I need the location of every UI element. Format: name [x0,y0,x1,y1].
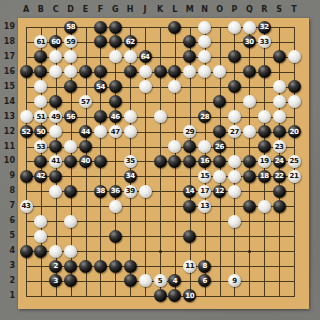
stone-E16[interactable] [79,65,92,78]
stone-B9[interactable]: 42 [34,170,47,183]
stone-T17[interactable] [288,50,301,63]
stone-M12[interactable]: 29 [183,125,196,138]
stone-S12[interactable] [273,125,286,138]
stone-M10[interactable] [183,155,196,168]
stone-P12[interactable]: 27 [228,125,241,138]
stone-P2[interactable]: 9 [228,274,241,287]
stone-J2[interactable] [139,274,152,287]
stone-N9[interactable]: 15 [198,170,211,183]
stone-S13[interactable] [273,110,286,123]
column-label-C: C [50,5,62,15]
stone-O11[interactable]: 26 [213,140,226,153]
go-board[interactable]: 5832616059623033645457514956462852504447… [18,18,309,309]
stone-G8[interactable]: 36 [109,185,122,198]
column-label-N: N [199,5,211,15]
stone-K16[interactable] [154,65,167,78]
stone-Q9[interactable] [243,170,256,183]
row-label-3: 3 [2,261,15,271]
stone-H16[interactable] [124,65,137,78]
row-label-12: 12 [2,127,15,137]
stone-M7[interactable] [183,200,196,213]
stone-L11[interactable] [168,140,181,153]
stone-R10[interactable]: 19 [258,155,271,168]
row-label-7: 7 [2,201,15,211]
stone-C18[interactable]: 60 [49,35,62,48]
stone-H3[interactable] [124,260,137,273]
stone-R11[interactable] [258,140,271,153]
stone-B12[interactable]: 50 [34,125,47,138]
stone-B14[interactable] [34,95,47,108]
stone-F10[interactable] [94,155,107,168]
column-label-G: G [109,5,121,15]
stone-S10[interactable]: 24 [273,155,286,168]
stone-C4[interactable] [49,245,62,258]
column-label-R: R [258,5,270,15]
stone-B15[interactable] [34,80,47,93]
stone-N16[interactable] [198,65,211,78]
stone-H17[interactable] [124,50,137,63]
column-label-P: P [228,5,240,15]
stone-F19[interactable] [94,21,107,34]
stone-E12[interactable]: 44 [79,125,92,138]
stone-Q16[interactable] [243,65,256,78]
stone-T9[interactable]: 21 [288,170,301,183]
go-diagram: 5832616059623033645457514956462852504447… [0,0,320,320]
stone-D4[interactable] [64,245,77,258]
stone-N19[interactable] [198,21,211,34]
stone-Q14[interactable] [243,95,256,108]
stone-H18[interactable]: 62 [124,35,137,48]
stone-M16[interactable] [183,65,196,78]
column-label-L: L [169,5,181,15]
stone-O16[interactable] [213,65,226,78]
stone-D8[interactable] [64,185,77,198]
stone-C14[interactable] [49,95,62,108]
column-label-T: T [288,5,300,15]
column-label-E: E [80,5,92,15]
stone-T12[interactable]: 20 [288,125,301,138]
stone-G15[interactable] [109,80,122,93]
hoshi-point [248,250,251,253]
stone-B11[interactable]: 53 [34,140,47,153]
stone-S11[interactable]: 23 [273,140,286,153]
stone-F16[interactable] [94,65,107,78]
stone-D6[interactable] [64,215,77,228]
stone-R7[interactable] [258,200,271,213]
stone-G17[interactable] [109,50,122,63]
stone-D15[interactable] [64,80,77,93]
row-label-8: 8 [2,186,15,196]
stone-S7[interactable] [273,200,286,213]
stone-M11[interactable] [183,140,196,153]
stone-C13[interactable]: 49 [49,110,62,123]
stone-B18[interactable]: 61 [34,35,47,48]
stone-D13[interactable]: 56 [64,110,77,123]
stone-S17[interactable] [273,50,286,63]
stone-D11[interactable] [64,140,77,153]
stone-A7[interactable]: 43 [20,200,33,213]
row-label-16: 16 [2,67,15,77]
row-label-14: 14 [2,97,15,107]
stone-N7[interactable]: 13 [198,200,211,213]
row-label-18: 18 [2,37,15,47]
hoshi-point [159,250,162,253]
stone-Q18[interactable]: 30 [243,35,256,48]
stone-C10[interactable]: 41 [49,155,62,168]
stone-S8[interactable] [273,185,286,198]
stone-D19[interactable]: 58 [64,21,77,34]
stone-H8[interactable]: 39 [124,185,137,198]
stone-O12[interactable] [213,125,226,138]
column-label-S: S [273,5,285,15]
stone-N17[interactable] [198,50,211,63]
stone-N8[interactable]: 17 [198,185,211,198]
stone-B13[interactable]: 51 [34,110,47,123]
stone-P10[interactable] [228,155,241,168]
stone-C11[interactable] [49,140,62,153]
stone-H9[interactable]: 34 [124,170,137,183]
stone-H10[interactable]: 35 [124,155,137,168]
stone-A13[interactable] [20,110,33,123]
stone-D2[interactable] [64,274,77,287]
stone-F13[interactable] [94,110,107,123]
stone-C12[interactable] [49,125,62,138]
stone-P6[interactable] [228,215,241,228]
stone-H12[interactable] [124,125,137,138]
stone-Q10[interactable] [243,155,256,168]
stone-R19[interactable]: 32 [258,21,271,34]
stone-D17[interactable] [64,50,77,63]
stone-G7[interactable] [109,200,122,213]
stone-N11[interactable] [198,140,211,153]
stone-G14[interactable] [109,95,122,108]
stone-Q12[interactable] [243,125,256,138]
stone-N10[interactable]: 16 [198,155,211,168]
stone-A16[interactable] [20,65,33,78]
stone-L2[interactable]: 4 [168,274,181,287]
stone-A12[interactable]: 52 [20,125,33,138]
stone-L19[interactable] [168,21,181,34]
stone-T10[interactable]: 25 [288,155,301,168]
stone-T15[interactable] [288,80,301,93]
stone-E3[interactable] [79,260,92,273]
stone-B16[interactable] [34,65,47,78]
stone-G19[interactable] [109,21,122,34]
stone-R18[interactable]: 33 [258,35,271,48]
stone-H2[interactable] [124,274,137,287]
stone-J8[interactable] [139,185,152,198]
stone-F18[interactable] [94,35,107,48]
row-label-6: 6 [2,216,15,226]
stone-F3[interactable] [94,260,107,273]
stone-K1[interactable] [154,289,167,302]
column-label-M: M [184,5,196,15]
grid-line-h [26,236,295,237]
stone-J17[interactable]: 64 [139,50,152,63]
stone-L15[interactable] [168,80,181,93]
stone-P8[interactable] [228,185,241,198]
stone-M17[interactable] [183,50,196,63]
stone-G18[interactable] [109,35,122,48]
stone-F8[interactable]: 38 [94,185,107,198]
column-label-B: B [35,5,47,15]
stone-P13[interactable] [228,110,241,123]
stone-O10[interactable] [213,155,226,168]
stone-R9[interactable]: 18 [258,170,271,183]
stone-B4[interactable] [34,245,47,258]
stone-M3[interactable]: 11 [183,260,196,273]
stone-Q7[interactable] [243,200,256,213]
stone-P17[interactable] [228,50,241,63]
stone-M18[interactable] [183,35,196,48]
stone-G12[interactable]: 47 [109,125,122,138]
column-label-J: J [139,5,151,15]
stone-F12[interactable] [94,125,107,138]
stone-S9[interactable]: 22 [273,170,286,183]
row-label-2: 2 [2,276,15,286]
stone-C16[interactable] [49,65,62,78]
stone-B10[interactable] [34,155,47,168]
column-label-O: O [214,5,226,15]
stone-G5[interactable] [109,230,122,243]
stone-L1[interactable] [168,289,181,302]
stone-M5[interactable] [183,230,196,243]
stone-N2[interactable]: 6 [198,274,211,287]
stone-P19[interactable] [228,21,241,34]
row-label-11: 11 [2,142,15,152]
stone-R13[interactable] [258,110,271,123]
column-label-F: F [94,5,106,15]
stone-N13[interactable]: 28 [198,110,211,123]
stone-C17[interactable] [49,50,62,63]
stone-J15[interactable] [139,80,152,93]
stone-C9[interactable] [49,170,62,183]
stone-S15[interactable] [273,80,286,93]
stone-K2[interactable]: 5 [154,274,167,287]
stone-Q19[interactable] [243,21,256,34]
row-label-19: 19 [2,22,15,32]
stone-E14[interactable]: 57 [79,95,92,108]
stone-C2[interactable]: 3 [49,274,62,287]
stone-D16[interactable] [64,65,77,78]
row-label-17: 17 [2,52,15,62]
stone-E10[interactable]: 40 [79,155,92,168]
stone-B5[interactable] [34,230,47,243]
stone-T14[interactable] [288,95,301,108]
column-label-D: D [65,5,77,15]
stone-O14[interactable] [213,95,226,108]
stone-K10[interactable] [154,155,167,168]
column-label-Q: Q [243,5,255,15]
row-label-4: 4 [2,246,15,256]
stone-B17[interactable] [34,50,47,63]
stone-P15[interactable] [228,80,241,93]
stone-L10[interactable] [168,155,181,168]
stone-R16[interactable] [258,65,271,78]
stone-P9[interactable] [228,170,241,183]
stone-N3[interactable]: 8 [198,260,211,273]
stone-S14[interactable] [273,95,286,108]
row-label-5: 5 [2,231,15,241]
stone-C3[interactable]: 2 [49,260,62,273]
row-label-10: 10 [2,156,15,166]
stone-D3[interactable] [64,260,77,273]
stone-D10[interactable] [64,155,77,168]
stone-M8[interactable]: 14 [183,185,196,198]
stone-G3[interactable] [109,260,122,273]
row-label-9: 9 [2,171,15,181]
row-label-1: 1 [2,291,15,301]
stone-M1[interactable]: 10 [183,289,196,302]
stone-O9[interactable] [213,170,226,183]
stone-E11[interactable] [79,140,92,153]
stone-J16[interactable] [139,65,152,78]
stone-F15[interactable]: 54 [94,80,107,93]
row-label-13: 13 [2,112,15,122]
stone-N18[interactable] [198,35,211,48]
stone-H13[interactable] [124,110,137,123]
column-label-A: A [20,5,32,15]
stone-K13[interactable] [154,110,167,123]
stone-A4[interactable] [20,245,33,258]
column-label-K: K [154,5,166,15]
stone-B6[interactable] [34,215,47,228]
stone-C8[interactable] [49,185,62,198]
stone-D18[interactable]: 59 [64,35,77,48]
stone-G13[interactable]: 46 [109,110,122,123]
stone-L16[interactable] [168,65,181,78]
stone-A9[interactable] [20,170,33,183]
stone-R12[interactable] [258,125,271,138]
row-label-15: 15 [2,82,15,92]
stone-O8[interactable]: 12 [213,185,226,198]
column-label-H: H [124,5,136,15]
